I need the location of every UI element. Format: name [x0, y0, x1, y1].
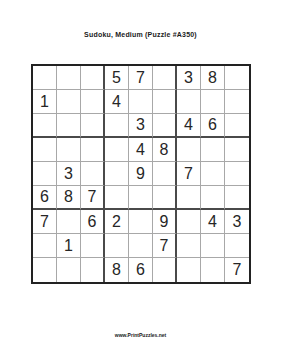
cell-r9c5[interactable]: 6 — [129, 258, 153, 282]
cell-r2c7[interactable] — [177, 90, 201, 114]
cell-r2c4[interactable]: 4 — [105, 90, 129, 114]
cell-r2c1[interactable]: 1 — [33, 90, 57, 114]
cell-r8c2[interactable]: 1 — [57, 234, 81, 258]
cell-r7c8[interactable]: 4 — [201, 210, 225, 234]
puzzle-title: Sudoku, Medium (Puzzle #A350) — [0, 31, 281, 38]
cell-r3c8[interactable]: 6 — [201, 114, 225, 138]
cell-r4c3[interactable] — [81, 138, 105, 162]
cell-r7c7[interactable] — [177, 210, 201, 234]
cell-r5c1[interactable] — [33, 162, 57, 186]
cell-r4c5[interactable]: 4 — [129, 138, 153, 162]
cell-r8c8[interactable] — [201, 234, 225, 258]
cell-r4c2[interactable] — [57, 138, 81, 162]
cell-r6c2[interactable]: 8 — [57, 186, 81, 210]
cell-r2c8[interactable] — [201, 90, 225, 114]
cell-r5c6[interactable] — [153, 162, 177, 186]
cell-r9c6[interactable] — [153, 258, 177, 282]
cell-r1c7[interactable]: 3 — [177, 66, 201, 90]
cell-r8c7[interactable] — [177, 234, 201, 258]
cell-r3c3[interactable] — [81, 114, 105, 138]
cell-r7c3[interactable]: 6 — [81, 210, 105, 234]
sudoku-grid: 5738143464839768776294317867 — [31, 64, 251, 284]
cell-r5c8[interactable] — [201, 162, 225, 186]
cell-r6c7[interactable] — [177, 186, 201, 210]
cell-r5c9[interactable] — [225, 162, 249, 186]
cell-r9c9[interactable]: 7 — [225, 258, 249, 282]
cell-r3c7[interactable]: 4 — [177, 114, 201, 138]
cell-r9c8[interactable] — [201, 258, 225, 282]
cell-r8c4[interactable] — [105, 234, 129, 258]
cell-r9c4[interactable]: 8 — [105, 258, 129, 282]
cell-r8c5[interactable] — [129, 234, 153, 258]
cell-r3c4[interactable] — [105, 114, 129, 138]
cell-r2c6[interactable] — [153, 90, 177, 114]
cell-r1c9[interactable] — [225, 66, 249, 90]
cell-r1c2[interactable] — [57, 66, 81, 90]
cell-r5c3[interactable] — [81, 162, 105, 186]
cell-r6c6[interactable] — [153, 186, 177, 210]
cell-r6c5[interactable] — [129, 186, 153, 210]
cell-r3c5[interactable]: 3 — [129, 114, 153, 138]
cell-r8c6[interactable]: 7 — [153, 234, 177, 258]
cell-r4c8[interactable] — [201, 138, 225, 162]
cell-r1c3[interactable] — [81, 66, 105, 90]
cell-r1c6[interactable] — [153, 66, 177, 90]
cell-r3c2[interactable] — [57, 114, 81, 138]
cell-r6c9[interactable] — [225, 186, 249, 210]
cell-r1c5[interactable]: 7 — [129, 66, 153, 90]
cell-r6c3[interactable]: 7 — [81, 186, 105, 210]
cell-r7c4[interactable]: 2 — [105, 210, 129, 234]
print-page: Sudoku, Medium (Puzzle #A350) 5738143464… — [0, 0, 281, 363]
cell-r2c2[interactable] — [57, 90, 81, 114]
cell-r1c1[interactable] — [33, 66, 57, 90]
cell-r1c4[interactable]: 5 — [105, 66, 129, 90]
cell-r2c9[interactable] — [225, 90, 249, 114]
cell-r8c3[interactable] — [81, 234, 105, 258]
cell-r9c1[interactable] — [33, 258, 57, 282]
cell-r6c8[interactable] — [201, 186, 225, 210]
cell-r3c1[interactable] — [33, 114, 57, 138]
cell-r7c1[interactable]: 7 — [33, 210, 57, 234]
cell-r7c9[interactable]: 3 — [225, 210, 249, 234]
cell-r9c7[interactable] — [177, 258, 201, 282]
cell-r4c6[interactable]: 8 — [153, 138, 177, 162]
cell-r2c3[interactable] — [81, 90, 105, 114]
cell-r8c1[interactable] — [33, 234, 57, 258]
cell-r6c4[interactable] — [105, 186, 129, 210]
site-url: www.PrintPuzzles.net — [0, 332, 281, 338]
cell-r4c9[interactable] — [225, 138, 249, 162]
cell-r5c4[interactable] — [105, 162, 129, 186]
cell-r6c1[interactable]: 6 — [33, 186, 57, 210]
cell-r4c1[interactable] — [33, 138, 57, 162]
cell-r3c6[interactable] — [153, 114, 177, 138]
cell-r3c9[interactable] — [225, 114, 249, 138]
cell-r5c2[interactable]: 3 — [57, 162, 81, 186]
cell-r9c3[interactable] — [81, 258, 105, 282]
cell-r9c2[interactable] — [57, 258, 81, 282]
cell-r5c5[interactable]: 9 — [129, 162, 153, 186]
cell-r1c8[interactable]: 8 — [201, 66, 225, 90]
cell-r2c5[interactable] — [129, 90, 153, 114]
cell-r7c6[interactable]: 9 — [153, 210, 177, 234]
cell-r4c7[interactable] — [177, 138, 201, 162]
cell-r7c5[interactable] — [129, 210, 153, 234]
cell-r5c7[interactable]: 7 — [177, 162, 201, 186]
cell-r8c9[interactable] — [225, 234, 249, 258]
cell-r7c2[interactable] — [57, 210, 81, 234]
cell-r4c4[interactable] — [105, 138, 129, 162]
